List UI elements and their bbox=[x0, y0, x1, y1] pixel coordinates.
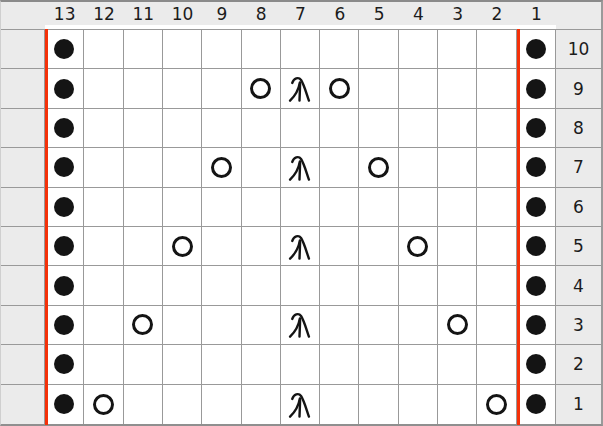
double-decrease-symbol bbox=[287, 75, 312, 102]
cell-r4-c10 bbox=[163, 266, 202, 305]
cell-r8-c1 bbox=[517, 109, 556, 148]
cell-r8-c6 bbox=[320, 109, 359, 148]
cell-r9-c2 bbox=[477, 69, 516, 108]
cell-r7-c3 bbox=[438, 148, 477, 187]
cell-r3-c2 bbox=[477, 306, 516, 345]
yarn-over-symbol bbox=[486, 394, 507, 415]
cell-r10-c4 bbox=[399, 30, 438, 69]
cell-r3-c7 bbox=[281, 306, 320, 345]
black-dot-symbol bbox=[526, 118, 546, 138]
yarn-over-symbol bbox=[407, 236, 428, 257]
cell-r9-c12 bbox=[84, 69, 123, 108]
cell-r5-c13 bbox=[45, 227, 84, 266]
cell-r3-c1 bbox=[517, 306, 556, 345]
double-decrease-symbol bbox=[287, 391, 312, 418]
cell-r10-c1 bbox=[517, 30, 556, 69]
cell-r3-c8 bbox=[242, 306, 281, 345]
cell-r9-c13 bbox=[45, 69, 84, 108]
cell-r3-c6 bbox=[320, 306, 359, 345]
cell-r5-c9 bbox=[202, 227, 241, 266]
cell-r10-c8 bbox=[242, 30, 281, 69]
row-label-2: 2 bbox=[556, 345, 601, 384]
cell-r2-c7 bbox=[281, 345, 320, 384]
black-dot-symbol bbox=[54, 157, 74, 177]
black-dot-symbol bbox=[526, 197, 546, 217]
column-label-12: 12 bbox=[84, 2, 123, 30]
cell-r7-c2 bbox=[477, 148, 516, 187]
cell-r10-c3 bbox=[438, 30, 477, 69]
row-label-9: 9 bbox=[556, 69, 601, 108]
left-margin-cell bbox=[1, 227, 45, 266]
cell-r2-c2 bbox=[477, 345, 516, 384]
cell-r10-c5 bbox=[359, 30, 398, 69]
cell-r2-c6 bbox=[320, 345, 359, 384]
row-label-8: 8 bbox=[556, 109, 601, 148]
cell-r2-c5 bbox=[359, 345, 398, 384]
cell-r6-c12 bbox=[84, 188, 123, 227]
cell-r5-c11 bbox=[124, 227, 163, 266]
yarn-over-symbol bbox=[329, 78, 350, 99]
cell-r6-c13 bbox=[45, 188, 84, 227]
left-margin-cell bbox=[1, 306, 45, 345]
cell-r8-c5 bbox=[359, 109, 398, 148]
cell-r2-c3 bbox=[438, 345, 477, 384]
cell-r8-c10 bbox=[163, 109, 202, 148]
left-margin-cell bbox=[1, 266, 45, 305]
column-label-13: 13 bbox=[45, 2, 84, 30]
column-label-7: 7 bbox=[281, 2, 320, 30]
cell-r8-c12 bbox=[84, 109, 123, 148]
black-dot-symbol bbox=[526, 315, 546, 335]
black-dot-symbol bbox=[526, 39, 546, 59]
cell-r2-c13 bbox=[45, 345, 84, 384]
cell-r5-c1 bbox=[517, 227, 556, 266]
row-label-10: 10 bbox=[556, 30, 601, 69]
cell-r4-c6 bbox=[320, 266, 359, 305]
cell-r7-c7 bbox=[281, 148, 320, 187]
cell-r4-c11 bbox=[124, 266, 163, 305]
cell-r6-c2 bbox=[477, 188, 516, 227]
cell-r7-c11 bbox=[124, 148, 163, 187]
column-label-3: 3 bbox=[438, 2, 477, 30]
column-label-4: 4 bbox=[399, 2, 438, 30]
cell-r9-c7 bbox=[281, 69, 320, 108]
black-dot-symbol bbox=[526, 236, 546, 256]
cell-r1-c12 bbox=[84, 385, 123, 424]
yarn-over-symbol bbox=[211, 157, 232, 178]
cell-r5-c4 bbox=[399, 227, 438, 266]
cell-r4-c7 bbox=[281, 266, 320, 305]
double-decrease-symbol bbox=[287, 311, 312, 338]
cell-r6-c9 bbox=[202, 188, 241, 227]
cell-r5-c10 bbox=[163, 227, 202, 266]
column-label-5: 5 bbox=[359, 2, 398, 30]
row-label-5: 5 bbox=[556, 227, 601, 266]
cell-r6-c5 bbox=[359, 188, 398, 227]
cell-r9-c1 bbox=[517, 69, 556, 108]
cell-r3-c12 bbox=[84, 306, 123, 345]
cell-r8-c13 bbox=[45, 109, 84, 148]
cell-r10-c2 bbox=[477, 30, 516, 69]
cell-r6-c1 bbox=[517, 188, 556, 227]
cell-r6-c7 bbox=[281, 188, 320, 227]
cell-r8-c9 bbox=[202, 109, 241, 148]
yarn-over-symbol bbox=[132, 314, 153, 335]
cell-r1-c4 bbox=[399, 385, 438, 424]
cell-r9-c11 bbox=[124, 69, 163, 108]
black-dot-symbol bbox=[526, 394, 546, 414]
cell-r3-c11 bbox=[124, 306, 163, 345]
cell-r5-c6 bbox=[320, 227, 359, 266]
cell-r5-c5 bbox=[359, 227, 398, 266]
cell-r7-c5 bbox=[359, 148, 398, 187]
black-dot-symbol bbox=[54, 315, 74, 335]
cell-r5-c3 bbox=[438, 227, 477, 266]
cell-r4-c9 bbox=[202, 266, 241, 305]
left-margin-cell bbox=[1, 109, 45, 148]
cell-r6-c6 bbox=[320, 188, 359, 227]
cell-r2-c1 bbox=[517, 345, 556, 384]
yarn-over-symbol bbox=[447, 314, 468, 335]
double-decrease-symbol bbox=[287, 233, 312, 260]
cell-r1-c7 bbox=[281, 385, 320, 424]
row-label-3: 3 bbox=[556, 306, 601, 345]
column-label-10: 10 bbox=[163, 2, 202, 30]
cell-r9-c8 bbox=[242, 69, 281, 108]
black-dot-symbol bbox=[54, 354, 74, 374]
cell-r10-c7 bbox=[281, 30, 320, 69]
header-corner-left bbox=[1, 2, 45, 30]
cell-r6-c11 bbox=[124, 188, 163, 227]
cell-r1-c5 bbox=[359, 385, 398, 424]
column-label-11: 11 bbox=[124, 2, 163, 30]
cell-r10-c12 bbox=[84, 30, 123, 69]
cell-r5-c2 bbox=[477, 227, 516, 266]
black-dot-symbol bbox=[526, 157, 546, 177]
cell-r7-c8 bbox=[242, 148, 281, 187]
cell-r2-c8 bbox=[242, 345, 281, 384]
cell-r4-c13 bbox=[45, 266, 84, 305]
cell-r6-c3 bbox=[438, 188, 477, 227]
black-dot-symbol bbox=[54, 276, 74, 296]
cell-r3-c13 bbox=[45, 306, 84, 345]
cell-r8-c8 bbox=[242, 109, 281, 148]
cell-r2-c4 bbox=[399, 345, 438, 384]
cell-r6-c4 bbox=[399, 188, 438, 227]
cell-r7-c6 bbox=[320, 148, 359, 187]
cell-r9-c5 bbox=[359, 69, 398, 108]
cell-r8-c7 bbox=[281, 109, 320, 148]
black-dot-symbol bbox=[54, 394, 74, 414]
cell-r2-c12 bbox=[84, 345, 123, 384]
left-margin-cell bbox=[1, 345, 45, 384]
yarn-over-symbol bbox=[93, 394, 114, 415]
cell-r10-c11 bbox=[124, 30, 163, 69]
cell-r6-c10 bbox=[163, 188, 202, 227]
knitting-chart: 1312111098765432110987654321 bbox=[0, 0, 603, 426]
cell-r3-c9 bbox=[202, 306, 241, 345]
cell-r10-c9 bbox=[202, 30, 241, 69]
column-label-6: 6 bbox=[320, 2, 359, 30]
cell-r8-c11 bbox=[124, 109, 163, 148]
cell-r6-c8 bbox=[242, 188, 281, 227]
black-dot-symbol bbox=[526, 79, 546, 99]
cell-r8-c3 bbox=[438, 109, 477, 148]
cell-r3-c5 bbox=[359, 306, 398, 345]
yarn-over-symbol bbox=[368, 157, 389, 178]
cell-r4-c4 bbox=[399, 266, 438, 305]
cell-r3-c3 bbox=[438, 306, 477, 345]
cell-r10-c13 bbox=[45, 30, 84, 69]
black-dot-symbol bbox=[54, 118, 74, 138]
cell-r5-c7 bbox=[281, 227, 320, 266]
cell-r7-c1 bbox=[517, 148, 556, 187]
left-margin-cell bbox=[1, 69, 45, 108]
cell-r7-c9 bbox=[202, 148, 241, 187]
column-label-8: 8 bbox=[242, 2, 281, 30]
yarn-over-symbol bbox=[172, 236, 193, 257]
yarn-over-symbol bbox=[250, 78, 271, 99]
left-margin-cell bbox=[1, 30, 45, 69]
cell-r5-c12 bbox=[84, 227, 123, 266]
left-margin-cell bbox=[1, 148, 45, 187]
cell-r10-c6 bbox=[320, 30, 359, 69]
cell-r1-c6 bbox=[320, 385, 359, 424]
cell-r9-c4 bbox=[399, 69, 438, 108]
cell-r1-c11 bbox=[124, 385, 163, 424]
column-label-2: 2 bbox=[477, 2, 516, 30]
column-label-1: 1 bbox=[517, 2, 556, 30]
black-dot-symbol bbox=[54, 39, 74, 59]
header-corner-right bbox=[556, 2, 601, 30]
cell-r1-c10 bbox=[163, 385, 202, 424]
cell-r2-c9 bbox=[202, 345, 241, 384]
cell-r7-c12 bbox=[84, 148, 123, 187]
cell-r5-c8 bbox=[242, 227, 281, 266]
cell-r9-c3 bbox=[438, 69, 477, 108]
row-label-7: 7 bbox=[556, 148, 601, 187]
black-dot-symbol bbox=[526, 276, 546, 296]
cell-r9-c9 bbox=[202, 69, 241, 108]
black-dot-symbol bbox=[526, 354, 546, 374]
black-dot-symbol bbox=[54, 236, 74, 256]
cell-r1-c2 bbox=[477, 385, 516, 424]
cell-r10-c10 bbox=[163, 30, 202, 69]
row-label-6: 6 bbox=[556, 188, 601, 227]
black-dot-symbol bbox=[54, 79, 74, 99]
cell-r1-c8 bbox=[242, 385, 281, 424]
row-label-1: 1 bbox=[556, 385, 601, 424]
cell-r4-c12 bbox=[84, 266, 123, 305]
cell-r2-c11 bbox=[124, 345, 163, 384]
cell-r8-c2 bbox=[477, 109, 516, 148]
cell-r3-c4 bbox=[399, 306, 438, 345]
cell-r1-c3 bbox=[438, 385, 477, 424]
column-label-9: 9 bbox=[202, 2, 241, 30]
cell-r8-c4 bbox=[399, 109, 438, 148]
cell-r1-c1 bbox=[517, 385, 556, 424]
left-margin-cell bbox=[1, 385, 45, 424]
cell-r9-c10 bbox=[163, 69, 202, 108]
cell-r4-c5 bbox=[359, 266, 398, 305]
cell-r2-c10 bbox=[163, 345, 202, 384]
cell-r3-c10 bbox=[163, 306, 202, 345]
left-margin-cell bbox=[1, 188, 45, 227]
cell-r4-c1 bbox=[517, 266, 556, 305]
cell-r4-c2 bbox=[477, 266, 516, 305]
cell-r7-c13 bbox=[45, 148, 84, 187]
cell-r7-c10 bbox=[163, 148, 202, 187]
cell-r4-c3 bbox=[438, 266, 477, 305]
double-decrease-symbol bbox=[287, 154, 312, 181]
cell-r7-c4 bbox=[399, 148, 438, 187]
cell-r9-c6 bbox=[320, 69, 359, 108]
cell-r1-c9 bbox=[202, 385, 241, 424]
cell-r4-c8 bbox=[242, 266, 281, 305]
cell-r1-c13 bbox=[45, 385, 84, 424]
black-dot-symbol bbox=[54, 197, 74, 217]
row-label-4: 4 bbox=[556, 266, 601, 305]
